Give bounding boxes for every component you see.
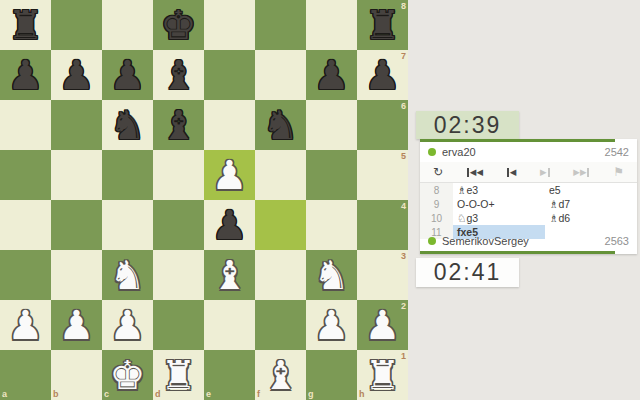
top-player-name: erva20 xyxy=(442,146,476,158)
square-h8[interactable]: ♜8 xyxy=(357,0,408,50)
bottom-player-name: SemerikovSergey xyxy=(442,235,529,247)
square-a1[interactable]: a xyxy=(0,350,51,400)
black-pawn[interactable]: ♟ xyxy=(102,50,153,100)
square-b5[interactable] xyxy=(51,150,102,200)
bottom-player-clock: 02:41 xyxy=(416,258,519,287)
white-pawn[interactable]: ♟ xyxy=(204,150,255,200)
square-g6[interactable] xyxy=(306,100,357,150)
white-move-cell[interactable]: ♗e3 xyxy=(453,183,545,197)
square-a2[interactable]: ♟ xyxy=(0,300,51,350)
black-knight[interactable]: ♞ xyxy=(255,100,306,150)
black-knight[interactable]: ♞ xyxy=(102,100,153,150)
move-row-8: 8♗e3e5 xyxy=(420,183,637,197)
white-knight[interactable]: ♞ xyxy=(306,250,357,300)
rank-label-7: 7 xyxy=(401,51,406,61)
top-player-row: erva20 2542 xyxy=(420,142,637,162)
square-a6[interactable] xyxy=(0,100,51,150)
square-a7[interactable]: ♟ xyxy=(0,50,51,100)
white-knight[interactable]: ♞ xyxy=(102,250,153,300)
square-h4[interactable]: 4 xyxy=(357,200,408,250)
square-a5[interactable] xyxy=(0,150,51,200)
square-d3[interactable] xyxy=(153,250,204,300)
black-bishop[interactable]: ♝ xyxy=(153,50,204,100)
white-pawn[interactable]: ♟ xyxy=(0,300,51,350)
top-player-rating: 2542 xyxy=(605,146,629,158)
rank-label-5: 5 xyxy=(401,151,406,161)
white-rook[interactable]: ♜ xyxy=(153,350,204,400)
bottom-player-row: SemerikovSergey 2563 xyxy=(420,231,637,251)
square-d7[interactable]: ♝ xyxy=(153,50,204,100)
previous-move-icon[interactable]: ◀ xyxy=(507,168,517,177)
square-g4[interactable] xyxy=(306,200,357,250)
top-player-clock: 02:39 xyxy=(416,111,519,139)
square-e7[interactable] xyxy=(204,50,255,100)
online-status-dot xyxy=(428,148,436,156)
square-e3[interactable]: ♝ xyxy=(204,250,255,300)
square-h2[interactable]: ♟2 xyxy=(357,300,408,350)
rank-label-2: 2 xyxy=(401,301,406,311)
square-h1[interactable]: ♜1h xyxy=(357,350,408,400)
black-pawn[interactable]: ♟ xyxy=(51,50,102,100)
rank-label-8: 8 xyxy=(401,1,406,11)
white-pawn[interactable]: ♟ xyxy=(102,300,153,350)
square-e2[interactable] xyxy=(204,300,255,350)
black-move-cell[interactable]: e5 xyxy=(545,183,637,197)
move-row-10: 10♘g3♗d6 xyxy=(420,211,637,225)
first-move-icon[interactable]: ◀◀ xyxy=(467,168,483,177)
white-pawn[interactable]: ♟ xyxy=(51,300,102,350)
white-bishop[interactable]: ♝ xyxy=(204,250,255,300)
square-e4[interactable]: ♟ xyxy=(204,200,255,250)
rank-label-4: 4 xyxy=(401,201,406,211)
file-label-g: g xyxy=(308,389,314,399)
square-h7[interactable]: ♟7 xyxy=(357,50,408,100)
square-b6[interactable] xyxy=(51,100,102,150)
square-f1[interactable]: ♝f xyxy=(255,350,306,400)
square-g8[interactable] xyxy=(306,0,357,50)
square-a4[interactable] xyxy=(0,200,51,250)
chess-app: ♜♚♜8♟♟♟♝♟♟7♞♝♞6♟5♟4♞♝♞3♟♟♟♟♟2ab♚c♜de♝fg♜… xyxy=(0,0,640,400)
square-g7[interactable]: ♟ xyxy=(306,50,357,100)
game-panel: erva20 2542 ↻◀◀◀▶▶▶⚑ 8♗e3e59O-O-O+♗d710♘… xyxy=(420,139,637,254)
square-f5[interactable] xyxy=(255,150,306,200)
black-pawn[interactable]: ♟ xyxy=(204,200,255,250)
square-d1[interactable]: ♜d xyxy=(153,350,204,400)
square-e1[interactable]: e xyxy=(204,350,255,400)
square-c2[interactable]: ♟ xyxy=(102,300,153,350)
square-b4[interactable] xyxy=(51,200,102,250)
square-d8[interactable]: ♚ xyxy=(153,0,204,50)
square-g2[interactable]: ♟ xyxy=(306,300,357,350)
bottom-clock-time: 02:41 xyxy=(434,259,502,286)
black-rook[interactable]: ♜ xyxy=(0,0,51,50)
square-b8[interactable] xyxy=(51,0,102,50)
move-row-9: 9O-O-O+♗d7 xyxy=(420,197,637,211)
black-king[interactable]: ♚ xyxy=(153,0,204,50)
square-f7[interactable] xyxy=(255,50,306,100)
square-g5[interactable] xyxy=(306,150,357,200)
chess-board[interactable]: ♜♚♜8♟♟♟♝♟♟7♞♝♞6♟5♟4♞♝♞3♟♟♟♟♟2ab♚c♜de♝fg♜… xyxy=(0,0,408,400)
square-d4[interactable] xyxy=(153,200,204,250)
square-a3[interactable] xyxy=(0,250,51,300)
square-e6[interactable] xyxy=(204,100,255,150)
black-pawn[interactable]: ♟ xyxy=(0,50,51,100)
rank-label-3: 3 xyxy=(401,251,406,261)
file-label-e: e xyxy=(206,389,211,399)
square-h6[interactable]: 6 xyxy=(357,100,408,150)
square-c8[interactable] xyxy=(102,0,153,50)
square-c5[interactable] xyxy=(102,150,153,200)
square-d6[interactable]: ♝ xyxy=(153,100,204,150)
square-f3[interactable] xyxy=(255,250,306,300)
square-d5[interactable] xyxy=(153,150,204,200)
square-c6[interactable]: ♞ xyxy=(102,100,153,150)
black-move-cell[interactable]: ♗d7 xyxy=(545,197,637,211)
white-bishop[interactable]: ♝ xyxy=(255,350,306,400)
white-move-cell[interactable]: ♘g3 xyxy=(453,211,545,225)
square-f4[interactable] xyxy=(255,200,306,250)
square-c4[interactable] xyxy=(102,200,153,250)
file-label-d: d xyxy=(155,389,161,399)
black-bishop[interactable]: ♝ xyxy=(153,100,204,150)
square-e5[interactable]: ♟ xyxy=(204,150,255,200)
file-label-f: f xyxy=(257,389,260,399)
square-h5[interactable]: 5 xyxy=(357,150,408,200)
rank-label-1: 1 xyxy=(401,351,406,361)
file-label-b: b xyxy=(53,389,59,399)
square-c1[interactable]: ♚c xyxy=(102,350,153,400)
bottom-player-rating: 2563 xyxy=(605,235,629,247)
square-b7[interactable]: ♟ xyxy=(51,50,102,100)
bottom-time-bar xyxy=(420,251,615,254)
top-clock-time: 02:39 xyxy=(434,112,502,139)
square-b1[interactable]: b xyxy=(51,350,102,400)
square-b2[interactable]: ♟ xyxy=(51,300,102,350)
square-a8[interactable]: ♜ xyxy=(0,0,51,50)
square-g1[interactable]: g xyxy=(306,350,357,400)
file-label-h: h xyxy=(359,389,365,399)
white-pawn[interactable]: ♟ xyxy=(306,300,357,350)
black-pawn[interactable]: ♟ xyxy=(306,50,357,100)
square-e8[interactable] xyxy=(204,0,255,50)
move-navigation-bar: ↻◀◀◀▶▶▶⚑ xyxy=(420,162,637,183)
square-b3[interactable] xyxy=(51,250,102,300)
white-king[interactable]: ♚ xyxy=(102,350,153,400)
square-c3[interactable]: ♞ xyxy=(102,250,153,300)
square-h3[interactable]: 3 xyxy=(357,250,408,300)
file-label-c: c xyxy=(104,389,109,399)
square-f6[interactable]: ♞ xyxy=(255,100,306,150)
rank-label-6: 6 xyxy=(401,101,406,111)
square-d2[interactable] xyxy=(153,300,204,350)
flag-icon[interactable]: ⚑ xyxy=(613,166,624,178)
white-move-cell[interactable]: O-O-O+ xyxy=(453,197,545,211)
square-f8[interactable] xyxy=(255,0,306,50)
online-status-dot xyxy=(428,237,436,245)
last-move-icon[interactable]: ▶▶ xyxy=(573,168,589,177)
flip-board-icon[interactable]: ↻ xyxy=(433,166,443,178)
square-g3[interactable]: ♞ xyxy=(306,250,357,300)
move-number: 10 xyxy=(420,211,453,225)
square-f2[interactable] xyxy=(255,300,306,350)
move-number: 8 xyxy=(420,183,453,197)
next-move-icon[interactable]: ▶ xyxy=(540,168,550,177)
move-number: 9 xyxy=(420,197,453,211)
square-c7[interactable]: ♟ xyxy=(102,50,153,100)
file-label-a: a xyxy=(2,389,7,399)
black-move-cell[interactable]: ♗d6 xyxy=(545,211,637,225)
